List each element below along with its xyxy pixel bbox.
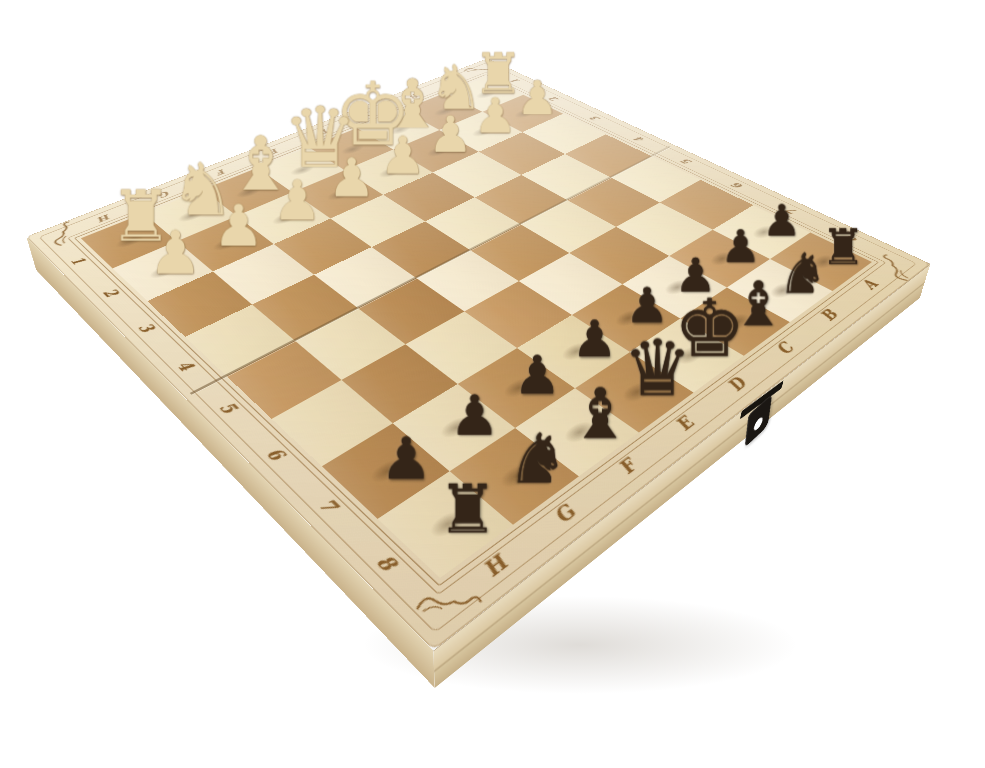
perspective-wrapper: ♜♞♝♛♚♝♞♜♟♟♟♟♟♟♟♟♟♟♟♟♟♟♟♟♜♞♝♛♚♝♞♜ HHGGFFE… [0,0,985,768]
clasp-hole [753,415,763,433]
white-pawn-g2: ♟ [203,199,273,253]
ornament-near-right [879,253,913,281]
black-rook-h8: ♜ [419,478,517,542]
chess-board-box: ♜♞♝♛♚♝♞♜♟♟♟♟♟♟♟♟♟♟♟♟♟♟♟♟♜♞♝♛♚♝♞♜ HHGGFFE… [26,58,930,650]
photo-canvas: ♜♞♝♛♚♝♞♜♟♟♟♟♟♟♟♟♟♟♟♟♟♟♟♟♜♞♝♛♚♝♞♜ HHGGFFE… [0,0,985,768]
ornament-near-left [414,590,484,618]
white-pawn-h2: ♟ [139,225,212,281]
board-grid: ♜♞♝♛♚♝♞♜♟♟♟♟♟♟♟♟♟♟♟♟♟♟♟♟♜♞♝♛♚♝♞♜ [81,77,872,578]
clasp-latch [742,388,776,449]
square-f5 [358,278,465,344]
ornament-far-right [463,66,498,73]
